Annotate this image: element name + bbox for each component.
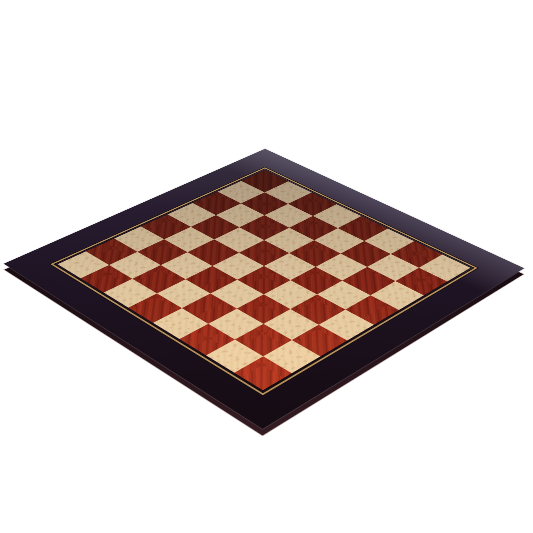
board-square bbox=[345, 295, 399, 325]
board-square bbox=[185, 266, 237, 294]
board-square bbox=[263, 340, 320, 373]
board-square bbox=[395, 267, 447, 295]
board-square bbox=[153, 308, 208, 339]
photo-background bbox=[0, 0, 533, 533]
playing-field bbox=[58, 170, 471, 390]
board-square bbox=[291, 294, 345, 324]
board-square bbox=[291, 324, 347, 356]
board-square bbox=[157, 279, 210, 308]
board-square bbox=[179, 323, 235, 355]
board-square bbox=[237, 294, 291, 324]
board-square bbox=[80, 265, 132, 293]
board-square bbox=[290, 266, 342, 294]
chess-board bbox=[4, 149, 524, 429]
camera-tilt-wrapper bbox=[0, 0, 533, 533]
board-square bbox=[128, 293, 182, 323]
board-square bbox=[182, 293, 236, 323]
board-square bbox=[238, 266, 290, 294]
board-square bbox=[235, 324, 291, 356]
board-square bbox=[263, 309, 318, 340]
board-square bbox=[206, 339, 263, 372]
board-square bbox=[317, 280, 370, 309]
perspective-scene bbox=[0, 0, 533, 533]
board-square bbox=[264, 280, 317, 309]
board-frame bbox=[4, 149, 524, 429]
board-square bbox=[133, 265, 185, 293]
board-square bbox=[370, 281, 423, 310]
board-square bbox=[210, 280, 263, 309]
board-square bbox=[234, 356, 292, 390]
board-square bbox=[104, 279, 157, 308]
board-square bbox=[208, 308, 263, 339]
board-square bbox=[319, 309, 374, 340]
board-square bbox=[343, 267, 395, 295]
